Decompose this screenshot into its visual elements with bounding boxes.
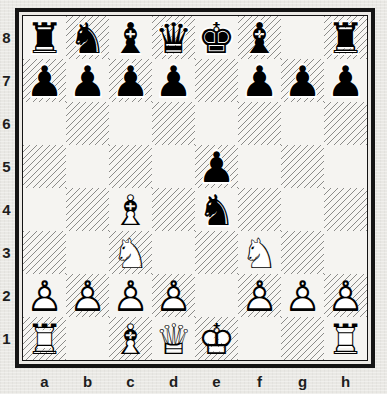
chess-diagram-page: 87654321 ♜♜♞♞♝♝♛♛♚♚♝♝♜♜♟♟♟♟♟♟♟♟♟♟♟♟♟♟♟♟♝… [0,0,387,394]
file-label-b: b [66,372,109,392]
square-c7: ♟♟ [109,59,152,102]
square-f1 [238,317,281,360]
square-f3: ♞♘ [238,231,281,274]
black-pawn-f7: ♟♟ [238,59,281,102]
white-bishop-c4: ♝♗ [109,188,152,231]
piece-glyph: ♘ [109,232,152,275]
square-d4 [152,188,195,231]
square-d6 [152,102,195,145]
piece-glyph: ♕ [152,318,195,361]
square-c3: ♞♘ [109,231,152,274]
square-g6 [281,102,324,145]
black-knight-b8: ♞♞ [66,16,109,59]
rank-label-2: 2 [0,274,13,317]
square-h5 [324,145,367,188]
square-g1 [281,317,324,360]
rank-label-1: 1 [0,317,13,360]
black-rook-h8: ♜♜ [324,16,367,59]
piece-glyph: ♖ [23,318,66,361]
black-bishop-f8: ♝♝ [238,16,281,59]
file-label-h: h [324,372,367,392]
square-c2: ♟♙ [109,274,152,317]
piece-glyph: ♔ [195,318,238,361]
black-pawn-c7: ♟♟ [109,59,152,102]
piece-glyph: ♟ [23,60,66,103]
square-a6 [23,102,66,145]
piece-glyph: ♖ [324,318,367,361]
white-pawn-b2: ♟♙ [66,274,109,317]
black-rook-a8: ♜♜ [23,16,66,59]
file-label-c: c [109,372,152,392]
black-pawn-e5: ♟♟ [195,145,238,188]
white-pawn-d2: ♟♙ [152,274,195,317]
square-b4 [66,188,109,231]
square-d1: ♛♕ [152,317,195,360]
piece-glyph: ♟ [238,60,281,103]
square-e5: ♟♟ [195,145,238,188]
rank-label-4: 4 [0,188,13,231]
black-bishop-c8: ♝♝ [109,16,152,59]
square-f2: ♟♙ [238,274,281,317]
piece-glyph: ♙ [324,275,367,318]
square-d2: ♟♙ [152,274,195,317]
square-a5 [23,145,66,188]
square-h7: ♟♟ [324,59,367,102]
piece-glyph: ♞ [195,189,238,232]
piece-glyph: ♟ [66,60,109,103]
file-label-e: e [195,372,238,392]
square-a3 [23,231,66,274]
rank-label-8: 8 [0,16,13,59]
rank-label-5: 5 [0,145,13,188]
black-queen-d8: ♛♛ [152,16,195,59]
square-e4: ♞♞ [195,188,238,231]
square-g7: ♟♟ [281,59,324,102]
square-g5 [281,145,324,188]
square-d8: ♛♛ [152,16,195,59]
white-bishop-c1: ♝♗ [109,317,152,360]
square-b3 [66,231,109,274]
piece-glyph: ♙ [152,275,195,318]
square-a7: ♟♟ [23,59,66,102]
square-a4 [23,188,66,231]
white-knight-f3: ♞♘ [238,231,281,274]
square-e3 [195,231,238,274]
piece-glyph: ♚ [195,17,238,60]
black-pawn-a7: ♟♟ [23,59,66,102]
piece-glyph: ♗ [109,318,152,361]
board: ♜♜♞♞♝♝♛♛♚♚♝♝♜♜♟♟♟♟♟♟♟♟♟♟♟♟♟♟♟♟♝♗♞♞♞♘♞♘♟♙… [23,16,367,360]
file-label-d: d [152,372,195,392]
white-pawn-f2: ♟♙ [238,274,281,317]
square-h3 [324,231,367,274]
square-b1 [66,317,109,360]
square-f8: ♝♝ [238,16,281,59]
black-pawn-g7: ♟♟ [281,59,324,102]
square-d3 [152,231,195,274]
square-d7: ♟♟ [152,59,195,102]
square-h4 [324,188,367,231]
square-b8: ♞♞ [66,16,109,59]
square-g4 [281,188,324,231]
piece-glyph: ♙ [109,275,152,318]
rank-label-7: 7 [0,59,13,102]
piece-glyph: ♙ [66,275,109,318]
square-h1: ♜♖ [324,317,367,360]
piece-glyph: ♟ [324,60,367,103]
square-b7: ♟♟ [66,59,109,102]
square-c5 [109,145,152,188]
rank-label-3: 3 [0,231,13,274]
square-a1: ♜♖ [23,317,66,360]
square-b5 [66,145,109,188]
piece-glyph: ♗ [109,189,152,232]
square-e6 [195,102,238,145]
square-h2: ♟♙ [324,274,367,317]
piece-glyph: ♙ [238,275,281,318]
square-a8: ♜♜ [23,16,66,59]
square-h6 [324,102,367,145]
square-g3 [281,231,324,274]
rank-label-6: 6 [0,102,13,145]
white-king-e1: ♚♔ [195,317,238,360]
white-rook-h1: ♜♖ [324,317,367,360]
piece-glyph: ♙ [281,275,324,318]
square-e7 [195,59,238,102]
square-f6 [238,102,281,145]
square-e1: ♚♔ [195,317,238,360]
square-b6 [66,102,109,145]
file-label-g: g [281,372,324,392]
board-inner-border: ♜♜♞♞♝♝♛♛♚♚♝♝♜♜♟♟♟♟♟♟♟♟♟♟♟♟♟♟♟♟♝♗♞♞♞♘♞♘♟♙… [22,15,368,361]
piece-glyph: ♘ [238,232,281,275]
square-g8 [281,16,324,59]
piece-glyph: ♟ [109,60,152,103]
board-frame: ♜♜♞♞♝♝♛♛♚♚♝♝♜♜♟♟♟♟♟♟♟♟♟♟♟♟♟♟♟♟♝♗♞♞♞♘♞♘♟♙… [15,8,375,368]
square-f4 [238,188,281,231]
white-queen-d1: ♛♕ [152,317,195,360]
piece-glyph: ♙ [23,275,66,318]
square-d5 [152,145,195,188]
file-label-a: a [23,372,66,392]
square-c1: ♝♗ [109,317,152,360]
black-pawn-h7: ♟♟ [324,59,367,102]
square-f7: ♟♟ [238,59,281,102]
square-f5 [238,145,281,188]
square-e2 [195,274,238,317]
square-a2: ♟♙ [23,274,66,317]
square-g2: ♟♙ [281,274,324,317]
piece-glyph: ♟ [281,60,324,103]
white-pawn-a2: ♟♙ [23,274,66,317]
file-label-f: f [238,372,281,392]
square-c6 [109,102,152,145]
black-knight-e4: ♞♞ [195,188,238,231]
black-pawn-d7: ♟♟ [152,59,195,102]
black-pawn-b7: ♟♟ [66,59,109,102]
square-c8: ♝♝ [109,16,152,59]
square-c4: ♝♗ [109,188,152,231]
white-rook-a1: ♜♖ [23,317,66,360]
square-h8: ♜♜ [324,16,367,59]
white-pawn-h2: ♟♙ [324,274,367,317]
black-king-e8: ♚♚ [195,16,238,59]
piece-glyph: ♟ [152,60,195,103]
square-b2: ♟♙ [66,274,109,317]
white-pawn-g2: ♟♙ [281,274,324,317]
square-e8: ♚♚ [195,16,238,59]
white-pawn-c2: ♟♙ [109,274,152,317]
white-knight-c3: ♞♘ [109,231,152,274]
